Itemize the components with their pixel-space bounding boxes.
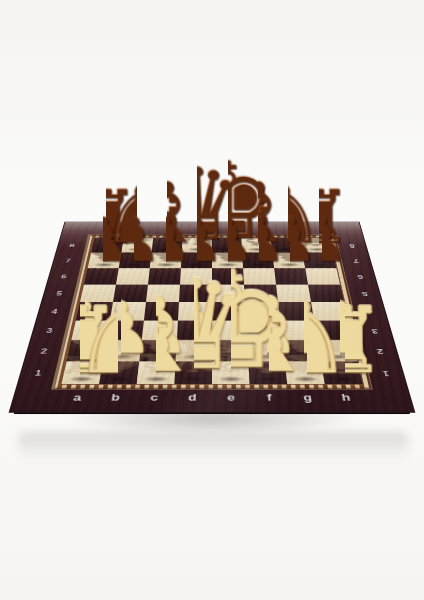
rank-label-left-1: 1: [34, 369, 42, 377]
piece-shadow: [92, 247, 122, 252]
square-h6[interactable]: [305, 268, 340, 284]
board-surface-reflection: [18, 432, 408, 466]
square-a3[interactable]: [71, 321, 110, 341]
square-c8[interactable]: ♝♝: [152, 238, 183, 253]
square-e1[interactable]: ♚♚: [212, 361, 250, 384]
square-f8[interactable]: ♝♝: [241, 238, 272, 253]
piece-shadow: [104, 353, 140, 361]
piece-shadow: [242, 247, 272, 252]
square-h5[interactable]: [308, 285, 344, 302]
square-g7[interactable]: ♟♟: [272, 253, 305, 269]
square-e8[interactable]: ♚♚: [212, 238, 242, 253]
square-b8[interactable]: ♞♞: [121, 238, 153, 253]
square-a8[interactable]: ♜♜: [91, 238, 124, 253]
square-g5[interactable]: [276, 285, 311, 302]
file-label-g: g: [303, 393, 314, 403]
piece-shadow: [67, 353, 104, 361]
square-g8[interactable]: ♞♞: [271, 238, 303, 253]
rank-label-right-7: 7: [353, 258, 360, 263]
square-d4[interactable]: [178, 302, 212, 321]
square-b1[interactable]: ♞♞: [99, 361, 139, 384]
square-f1[interactable]: ♝♝: [248, 361, 287, 384]
square-d5[interactable]: [179, 285, 212, 302]
square-a6[interactable]: [84, 268, 119, 284]
square-e4[interactable]: [212, 302, 246, 321]
square-h1[interactable]: ♜♜: [321, 361, 362, 384]
square-c6[interactable]: [148, 268, 181, 284]
file-label-a: a: [72, 393, 82, 403]
board-front-edge: [12, 401, 412, 415]
piece-shadow: [122, 247, 152, 252]
square-e2[interactable]: ♟♟: [212, 340, 248, 361]
square-c7[interactable]: ♟♟: [150, 253, 182, 269]
square-c4[interactable]: [144, 302, 179, 321]
square-f4[interactable]: [245, 302, 280, 321]
square-h8[interactable]: ♜♜: [300, 238, 333, 253]
piece-shadow: [140, 353, 176, 361]
rank-label-left-7: 7: [65, 258, 72, 263]
square-e3[interactable]: [212, 321, 247, 341]
square-g6[interactable]: [274, 268, 308, 284]
rank-label-left-6: 6: [60, 274, 67, 279]
piece-shadow: [320, 353, 357, 361]
rank-label-right-3: 3: [371, 327, 379, 334]
piece-shadow: [272, 247, 302, 252]
square-b7[interactable]: ♟♟: [119, 253, 152, 269]
file-label-f: f: [267, 393, 273, 403]
square-b2[interactable]: ♟♟: [103, 340, 142, 361]
piece-shadow: [250, 375, 287, 383]
square-c3[interactable]: [142, 321, 178, 341]
piece-shadow: [287, 375, 324, 383]
square-d2[interactable]: ♟♟: [176, 340, 212, 361]
square-g4[interactable]: [278, 302, 314, 321]
square-h7[interactable]: ♟♟: [303, 253, 337, 269]
square-b5[interactable]: [113, 285, 148, 302]
piece-shadow: [100, 375, 137, 383]
file-label-c: c: [150, 393, 159, 403]
square-g3[interactable]: [280, 321, 317, 341]
rank-label-right-8: 8: [349, 243, 355, 248]
square-b3[interactable]: [107, 321, 144, 341]
file-label-b: b: [111, 393, 122, 403]
piece-shadow: [137, 375, 174, 383]
piece-shadow: [284, 353, 320, 361]
piece-shadow: [213, 353, 248, 361]
piece-shadow: [248, 353, 284, 361]
square-f6[interactable]: [243, 268, 276, 284]
piece-shadow: [152, 247, 182, 252]
square-a2[interactable]: ♟♟: [67, 340, 107, 361]
square-a4[interactable]: [76, 302, 113, 321]
piece-shadow: [175, 375, 211, 383]
square-d3[interactable]: [177, 321, 212, 341]
square-d8[interactable]: ♛♛: [182, 238, 212, 253]
square-b6[interactable]: [116, 268, 150, 284]
square-c2[interactable]: ♟♟: [139, 340, 177, 361]
square-e7[interactable]: ♟♟: [212, 253, 243, 269]
square-h3[interactable]: [314, 321, 353, 341]
piece-shadow: [176, 353, 211, 361]
square-c1[interactable]: ♝♝: [137, 361, 176, 384]
square-b4[interactable]: [110, 302, 146, 321]
rank-label-left-8: 8: [69, 243, 75, 248]
square-f3[interactable]: [246, 321, 282, 341]
rank-label-right-4: 4: [366, 308, 373, 314]
rank-label-right-1: 1: [382, 369, 390, 377]
square-d7[interactable]: ♟♟: [181, 253, 212, 269]
square-a7[interactable]: ♟♟: [88, 253, 122, 269]
square-a1[interactable]: ♜♜: [61, 361, 102, 384]
file-label-d: d: [188, 393, 197, 403]
piece-shadow: [62, 375, 100, 383]
rank-label-right-2: 2: [376, 347, 384, 354]
file-label-e: e: [227, 393, 236, 403]
piece-shadow: [302, 247, 332, 252]
rank-label-left-5: 5: [56, 290, 63, 296]
square-c5[interactable]: [146, 285, 180, 302]
square-f2[interactable]: ♟♟: [247, 340, 285, 361]
photo-scene: ♜♜♞♞♝♝♛♛♚♚♝♝♞♞♜♜♟♟♟♟♟♟♟♟♟♟♟♟♟♟♟♟♟♟♟♟♟♟♟♟…: [0, 0, 424, 600]
board-grid: ♜♜♞♞♝♝♛♛♚♚♝♝♞♞♜♜♟♟♟♟♟♟♟♟♟♟♟♟♟♟♟♟♟♟♟♟♟♟♟♟…: [61, 238, 362, 384]
square-d6[interactable]: [180, 268, 212, 284]
rank-label-left-3: 3: [46, 327, 54, 334]
square-h2[interactable]: ♟♟: [317, 340, 357, 361]
rank-label-right-6: 6: [357, 274, 364, 279]
piece-shadow: [324, 375, 362, 383]
rank-label-right-5: 5: [361, 290, 368, 296]
square-g1[interactable]: ♞♞: [285, 361, 325, 384]
file-label-h: h: [341, 393, 352, 403]
square-e6[interactable]: [212, 268, 244, 284]
rank-label-left-4: 4: [51, 308, 58, 314]
piece-shadow: [182, 247, 211, 252]
square-f7[interactable]: ♟♟: [242, 253, 274, 269]
piece-shadow: [213, 375, 249, 383]
piece-shadow: [212, 247, 241, 252]
square-a5[interactable]: [80, 285, 116, 302]
square-e5[interactable]: [212, 285, 245, 302]
chess-board[interactable]: ♜♜♞♞♝♝♛♛♚♚♝♝♞♞♜♜♟♟♟♟♟♟♟♟♟♟♟♟♟♟♟♟♟♟♟♟♟♟♟♟…: [10, 222, 414, 412]
square-d1[interactable]: ♛♛: [174, 361, 212, 384]
square-f5[interactable]: [244, 285, 278, 302]
square-h4[interactable]: [311, 302, 348, 321]
rank-label-left-2: 2: [40, 347, 48, 354]
square-g2[interactable]: ♟♟: [282, 340, 321, 361]
